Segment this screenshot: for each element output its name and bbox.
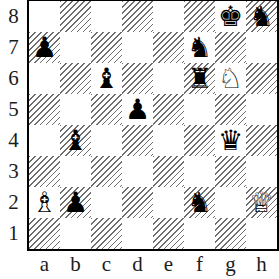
square-h8[interactable]: ♞ (246, 1, 277, 32)
square-a5[interactable] (29, 94, 60, 125)
square-e6[interactable] (153, 63, 184, 94)
file-label-g: g (215, 251, 246, 278)
square-c5[interactable] (91, 94, 122, 125)
square-a6[interactable] (29, 63, 60, 94)
piece-fill-layer: ♞ (215, 63, 246, 94)
square-f5[interactable] (184, 94, 215, 125)
piece-white-knight: ♞♘ (215, 63, 246, 94)
piece-white-bishop: ♝♗ (29, 187, 60, 218)
square-c2[interactable] (91, 187, 122, 218)
rank-label-8: 8 (0, 1, 27, 32)
square-b5[interactable] (60, 94, 91, 125)
piece-black-knight: ♞ (184, 32, 215, 63)
piece-fill-layer: ♛ (246, 187, 277, 218)
square-b2[interactable]: ♟ (60, 187, 91, 218)
piece-outline-layer: ♗ (29, 187, 60, 218)
rank-label-5: 5 (0, 94, 27, 125)
square-g3[interactable] (215, 156, 246, 187)
square-e8[interactable] (153, 1, 184, 32)
square-d5[interactable]: ♟ (122, 94, 153, 125)
square-e7[interactable] (153, 32, 184, 63)
rank-label-6: 6 (0, 63, 27, 94)
square-c7[interactable] (91, 32, 122, 63)
file-label-b: b (60, 251, 91, 278)
file-labels: a b c d e f g h (29, 251, 277, 278)
chess-board: ♚♞♟♞♝♜♞♘♟♝♛♝♗♟♞♛♕ (27, 0, 279, 251)
file-label-c: c (91, 251, 122, 278)
piece-outline-layer: ♕ (246, 187, 277, 218)
square-c3[interactable] (91, 156, 122, 187)
square-h5[interactable] (246, 94, 277, 125)
rank-label-3: 3 (0, 156, 27, 187)
rank-labels: 8 7 6 5 4 3 2 1 (0, 1, 27, 249)
square-d6[interactable] (122, 63, 153, 94)
piece-black-knight: ♞ (184, 187, 215, 218)
square-d3[interactable] (122, 156, 153, 187)
square-a2[interactable]: ♝♗ (29, 187, 60, 218)
square-b1[interactable] (60, 218, 91, 249)
piece-black-pawn: ♟ (29, 32, 60, 63)
square-c4[interactable] (91, 125, 122, 156)
piece-black-bishop: ♝ (60, 125, 91, 156)
piece-black-bishop: ♝ (91, 63, 122, 94)
square-b3[interactable] (60, 156, 91, 187)
square-a7[interactable]: ♟ (29, 32, 60, 63)
rank-label-1: 1 (0, 218, 27, 249)
piece-white-queen: ♛♕ (246, 187, 277, 218)
piece-black-knight: ♞ (246, 1, 277, 32)
square-g7[interactable] (215, 32, 246, 63)
square-f3[interactable] (184, 156, 215, 187)
square-a4[interactable] (29, 125, 60, 156)
piece-black-pawn: ♟ (60, 187, 91, 218)
square-e3[interactable] (153, 156, 184, 187)
square-c1[interactable] (91, 218, 122, 249)
chess-diagram: 8 7 6 5 4 3 2 1 ♚♞♟♞♝♜♞♘♟♝♛♝♗♟♞♛♕ a b c … (0, 0, 279, 279)
square-b6[interactable] (60, 63, 91, 94)
square-h7[interactable] (246, 32, 277, 63)
square-a1[interactable] (29, 218, 60, 249)
file-label-f: f (184, 251, 215, 278)
square-d1[interactable] (122, 218, 153, 249)
rank-label-4: 4 (0, 125, 27, 156)
rank-label-7: 7 (0, 32, 27, 63)
square-h1[interactable] (246, 218, 277, 249)
square-d7[interactable] (122, 32, 153, 63)
square-g6[interactable]: ♞♘ (215, 63, 246, 94)
square-b7[interactable] (60, 32, 91, 63)
square-g2[interactable] (215, 187, 246, 218)
square-e1[interactable] (153, 218, 184, 249)
square-b8[interactable] (60, 1, 91, 32)
piece-outline-layer: ♘ (215, 63, 246, 94)
square-f4[interactable] (184, 125, 215, 156)
piece-fill-layer: ♝ (29, 187, 60, 218)
square-h4[interactable] (246, 125, 277, 156)
piece-black-king: ♚ (215, 1, 246, 32)
square-h3[interactable] (246, 156, 277, 187)
square-d8[interactable] (122, 1, 153, 32)
square-e4[interactable] (153, 125, 184, 156)
square-d4[interactable] (122, 125, 153, 156)
square-a3[interactable] (29, 156, 60, 187)
square-e5[interactable] (153, 94, 184, 125)
square-f7[interactable]: ♞ (184, 32, 215, 63)
piece-black-queen: ♛ (215, 125, 246, 156)
square-h6[interactable] (246, 63, 277, 94)
rank-label-2: 2 (0, 187, 27, 218)
square-d2[interactable] (122, 187, 153, 218)
square-a8[interactable] (29, 1, 60, 32)
square-g4[interactable]: ♛ (215, 125, 246, 156)
square-g5[interactable] (215, 94, 246, 125)
square-f8[interactable] (184, 1, 215, 32)
file-label-e: e (153, 251, 184, 278)
square-f1[interactable] (184, 218, 215, 249)
square-c8[interactable] (91, 1, 122, 32)
piece-black-rook: ♜ (184, 63, 215, 94)
square-e2[interactable] (153, 187, 184, 218)
square-g1[interactable] (215, 218, 246, 249)
square-h2[interactable]: ♛♕ (246, 187, 277, 218)
file-label-d: d (122, 251, 153, 278)
square-b4[interactable]: ♝ (60, 125, 91, 156)
file-label-a: a (29, 251, 60, 278)
file-label-h: h (246, 251, 277, 278)
square-f6[interactable]: ♜ (184, 63, 215, 94)
square-c6[interactable]: ♝ (91, 63, 122, 94)
piece-black-pawn: ♟ (122, 94, 153, 125)
square-g8[interactable]: ♚ (215, 1, 246, 32)
square-f2[interactable]: ♞ (184, 187, 215, 218)
